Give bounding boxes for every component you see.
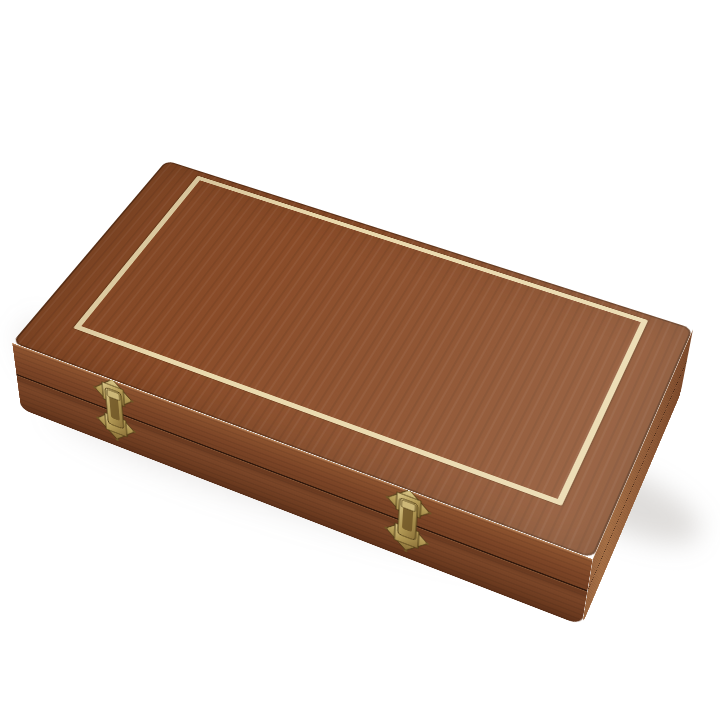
product-photo — [0, 0, 720, 720]
chess-box — [12, 161, 693, 559]
scene — [0, 0, 720, 720]
